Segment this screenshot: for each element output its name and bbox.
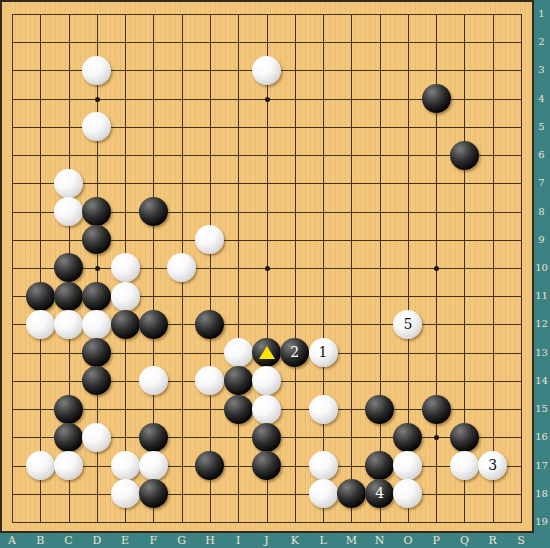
stone-white-C12[interactable] bbox=[54, 310, 83, 339]
stone-white-C8[interactable] bbox=[54, 197, 83, 226]
star-point bbox=[265, 97, 270, 102]
stone-black-C15[interactable] bbox=[54, 395, 83, 424]
triangle-marker bbox=[259, 346, 275, 359]
stone-white-H9[interactable] bbox=[195, 225, 224, 254]
stone-black-I15[interactable] bbox=[224, 395, 253, 424]
stone-white-D16[interactable] bbox=[82, 423, 111, 452]
stone-white-F14[interactable] bbox=[139, 366, 168, 395]
column-label-G: G bbox=[173, 534, 191, 548]
grid-line-vertical bbox=[351, 14, 352, 523]
stone-white-B17[interactable] bbox=[26, 451, 55, 480]
stone-white-H14[interactable] bbox=[195, 366, 224, 395]
stone-white-J3[interactable] bbox=[252, 56, 281, 85]
star-point bbox=[265, 266, 270, 271]
grid-line-vertical bbox=[493, 14, 494, 523]
column-label-B: B bbox=[31, 534, 49, 548]
row-label-14: 14 bbox=[533, 374, 550, 388]
grid-line-vertical bbox=[380, 14, 381, 523]
stone-white-E17[interactable] bbox=[111, 451, 140, 480]
stone-black-Q16[interactable] bbox=[450, 423, 479, 452]
stone-white-R17[interactable] bbox=[478, 451, 507, 480]
stone-black-Q6[interactable] bbox=[450, 141, 479, 170]
stone-white-D3[interactable] bbox=[82, 56, 111, 85]
row-label-11: 11 bbox=[533, 289, 550, 303]
row-label-12: 12 bbox=[533, 317, 550, 331]
row-label-1: 1 bbox=[533, 7, 550, 21]
stone-black-D13[interactable] bbox=[82, 338, 111, 367]
stone-white-O18[interactable] bbox=[393, 479, 422, 508]
stone-white-D12[interactable] bbox=[82, 310, 111, 339]
stone-black-N15[interactable] bbox=[365, 395, 394, 424]
star-point bbox=[434, 435, 439, 440]
stone-white-J14[interactable] bbox=[252, 366, 281, 395]
star-point bbox=[95, 97, 100, 102]
row-label-4: 4 bbox=[533, 92, 550, 106]
stone-black-J16[interactable] bbox=[252, 423, 281, 452]
column-label-L: L bbox=[314, 534, 332, 548]
stone-black-C10[interactable] bbox=[54, 253, 83, 282]
goban[interactable]: 12345 bbox=[0, 0, 534, 533]
grid-line-horizontal bbox=[12, 522, 522, 523]
column-label-Q: Q bbox=[455, 534, 473, 548]
stone-white-D5[interactable] bbox=[82, 112, 111, 141]
stone-black-F8[interactable] bbox=[139, 197, 168, 226]
stone-black-C11[interactable] bbox=[54, 282, 83, 311]
column-label-C: C bbox=[60, 534, 78, 548]
row-label-18: 18 bbox=[533, 487, 550, 501]
grid-line-vertical bbox=[295, 14, 296, 523]
row-label-3: 3 bbox=[533, 63, 550, 77]
stone-black-N18[interactable] bbox=[365, 479, 394, 508]
column-label-H: H bbox=[201, 534, 219, 548]
stone-white-I13[interactable] bbox=[224, 338, 253, 367]
column-label-K: K bbox=[286, 534, 304, 548]
stone-black-D8[interactable] bbox=[82, 197, 111, 226]
stone-black-I14[interactable] bbox=[224, 366, 253, 395]
stone-white-L15[interactable] bbox=[309, 395, 338, 424]
stone-black-D14[interactable] bbox=[82, 366, 111, 395]
grid-line-horizontal bbox=[12, 494, 522, 495]
column-label-O: O bbox=[399, 534, 417, 548]
stone-black-F16[interactable] bbox=[139, 423, 168, 452]
stone-white-E11[interactable] bbox=[111, 282, 140, 311]
row-label-19: 19 bbox=[533, 515, 550, 529]
stone-black-D9[interactable] bbox=[82, 225, 111, 254]
stone-white-G10[interactable] bbox=[167, 253, 196, 282]
row-label-6: 6 bbox=[533, 148, 550, 162]
grid-line-vertical bbox=[521, 14, 522, 523]
stone-white-Q17[interactable] bbox=[450, 451, 479, 480]
column-label-M: M bbox=[342, 534, 360, 548]
stone-white-J15[interactable] bbox=[252, 395, 281, 424]
row-label-9: 9 bbox=[533, 233, 550, 247]
stone-black-P4[interactable] bbox=[422, 84, 451, 113]
stone-black-E12[interactable] bbox=[111, 310, 140, 339]
stone-black-K13[interactable] bbox=[280, 338, 309, 367]
row-label-7: 7 bbox=[533, 176, 550, 190]
row-label-17: 17 bbox=[533, 459, 550, 473]
column-label-F: F bbox=[144, 534, 162, 548]
row-label-2: 2 bbox=[533, 35, 550, 49]
stone-black-F18[interactable] bbox=[139, 479, 168, 508]
row-label-16: 16 bbox=[533, 430, 550, 444]
column-label-A: A bbox=[3, 534, 21, 548]
goban-frame: 12345 ABCDEFGHIJKLMNOPQRS123456789101112… bbox=[0, 0, 550, 548]
stone-white-O12[interactable] bbox=[393, 310, 422, 339]
column-label-S: S bbox=[512, 534, 530, 548]
column-label-J: J bbox=[258, 534, 276, 548]
column-label-D: D bbox=[88, 534, 106, 548]
stone-white-O17[interactable] bbox=[393, 451, 422, 480]
stone-black-M18[interactable] bbox=[337, 479, 366, 508]
star-point bbox=[434, 266, 439, 271]
stone-black-O16[interactable] bbox=[393, 423, 422, 452]
column-label-R: R bbox=[484, 534, 502, 548]
stone-black-F12[interactable] bbox=[139, 310, 168, 339]
stone-white-L17[interactable] bbox=[309, 451, 338, 480]
row-label-5: 5 bbox=[533, 120, 550, 134]
stone-black-P15[interactable] bbox=[422, 395, 451, 424]
row-label-10: 10 bbox=[533, 261, 550, 275]
column-label-N: N bbox=[371, 534, 389, 548]
stone-black-H17[interactable] bbox=[195, 451, 224, 480]
column-label-I: I bbox=[229, 534, 247, 548]
column-label-E: E bbox=[116, 534, 134, 548]
stone-white-L18[interactable] bbox=[309, 479, 338, 508]
row-label-15: 15 bbox=[533, 402, 550, 416]
stone-black-J17[interactable] bbox=[252, 451, 281, 480]
stone-black-C16[interactable] bbox=[54, 423, 83, 452]
column-label-P: P bbox=[427, 534, 445, 548]
stone-white-L13[interactable] bbox=[309, 338, 338, 367]
grid-line-vertical bbox=[323, 14, 324, 523]
stone-black-N17[interactable] bbox=[365, 451, 394, 480]
stone-white-C7[interactable] bbox=[54, 169, 83, 198]
stone-black-D11[interactable] bbox=[82, 282, 111, 311]
stone-white-F17[interactable] bbox=[139, 451, 168, 480]
row-label-8: 8 bbox=[533, 205, 550, 219]
stone-black-H12[interactable] bbox=[195, 310, 224, 339]
star-point bbox=[95, 266, 100, 271]
stone-white-B12[interactable] bbox=[26, 310, 55, 339]
stone-white-C17[interactable] bbox=[54, 451, 83, 480]
stone-white-E10[interactable] bbox=[111, 253, 140, 282]
row-label-13: 13 bbox=[533, 346, 550, 360]
stone-white-E18[interactable] bbox=[111, 479, 140, 508]
stone-black-B11[interactable] bbox=[26, 282, 55, 311]
